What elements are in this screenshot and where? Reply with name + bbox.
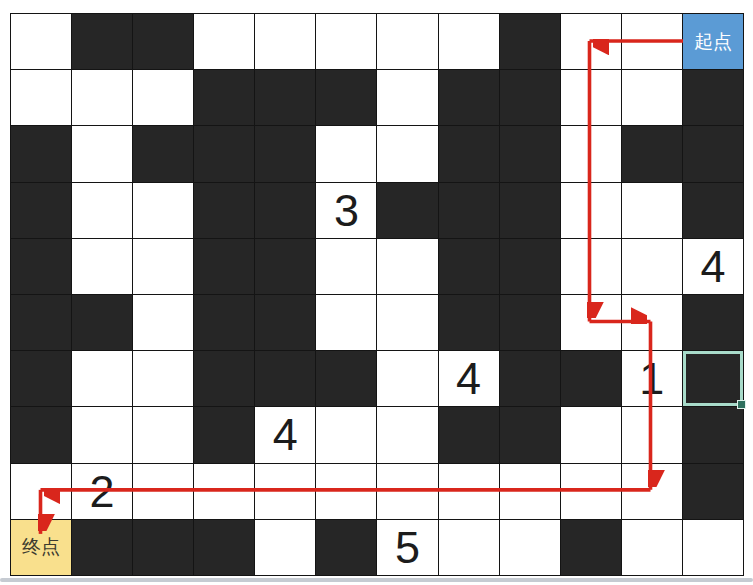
cell-r8c2[interactable] [133,464,193,519]
cell-r0c3[interactable] [194,14,254,69]
cell-r4c4[interactable] [255,239,315,294]
cell-r2c7[interactable] [439,126,499,181]
cell-r5c7[interactable] [439,295,499,350]
puzzle-screenshot: 起点344142终点5 [0,0,753,585]
cell-r9c6[interactable]: 5 [377,520,437,575]
cell-r7c10[interactable] [622,407,682,462]
cell-r0c7[interactable] [439,14,499,69]
selected-cell[interactable] [683,351,743,406]
cell-r9c9[interactable] [561,520,621,575]
cell-r0c4[interactable] [255,14,315,69]
cell-r1c6[interactable] [377,70,437,125]
cell-r5c8[interactable] [500,295,560,350]
selection-fill-handle[interactable] [738,401,745,408]
cell-r4c9[interactable] [561,239,621,294]
cell-r2c1[interactable] [72,126,132,181]
cell-r7c3[interactable] [194,407,254,462]
cell-r3c9[interactable] [561,183,621,238]
cell-r3c1[interactable] [72,183,132,238]
cell-r4c1[interactable] [72,239,132,294]
cell-r6c6[interactable] [377,351,437,406]
cell-r8c7[interactable] [439,464,499,519]
cell-r1c5[interactable] [316,70,376,125]
cell-r0c1[interactable] [72,14,132,69]
cell-r0c10[interactable] [622,14,682,69]
cell-r7c9[interactable] [561,407,621,462]
cell-r8c10[interactable] [622,464,682,519]
cell-r9c1[interactable] [72,520,132,575]
cell-r3c5[interactable]: 3 [316,183,376,238]
cell-r9c2[interactable] [133,520,193,575]
cell-r5c10[interactable] [622,295,682,350]
cell-r8c8[interactable] [500,464,560,519]
cell-r8c11[interactable] [683,464,743,519]
cell-r3c8[interactable] [500,183,560,238]
cell-r6c5[interactable] [316,351,376,406]
cell-r7c11[interactable] [683,407,743,462]
cell-r3c10[interactable] [622,183,682,238]
cell-r3c6[interactable] [377,183,437,238]
cell-r7c7[interactable] [439,407,499,462]
cell-r1c9[interactable] [561,70,621,125]
cell-r7c5[interactable] [316,407,376,462]
cell-r7c4[interactable]: 4 [255,407,315,462]
cell-r4c0[interactable] [11,239,71,294]
cell-r0c9[interactable] [561,14,621,69]
cell-r4c11[interactable]: 4 [683,239,743,294]
cell-r6c9[interactable] [561,351,621,406]
cell-r2c8[interactable] [500,126,560,181]
cell-r5c11[interactable] [683,295,743,350]
cell-r2c10[interactable] [622,126,682,181]
cell-r9c8[interactable] [500,520,560,575]
maze-board: 起点344142终点5 [10,13,744,576]
cell-r5c0[interactable] [11,295,71,350]
cell-r4c7[interactable] [439,239,499,294]
cell-r1c8[interactable] [500,70,560,125]
cell-r1c2[interactable] [133,70,193,125]
cell-r5c6[interactable] [377,295,437,350]
end-cell[interactable]: 终点 [11,520,71,575]
cell-r1c11[interactable] [683,70,743,125]
cell-r6c1[interactable] [72,351,132,406]
cell-r8c3[interactable] [194,464,254,519]
cell-r6c7[interactable]: 4 [439,351,499,406]
cell-r1c10[interactable] [622,70,682,125]
cell-r2c3[interactable] [194,126,254,181]
cell-r4c5[interactable] [316,239,376,294]
cell-r8c1[interactable]: 2 [72,464,132,519]
cell-r1c0[interactable] [11,70,71,125]
cell-r8c4[interactable] [255,464,315,519]
cell-r5c9[interactable] [561,295,621,350]
cell-r9c10[interactable] [622,520,682,575]
cell-r0c5[interactable] [316,14,376,69]
cell-r0c0[interactable] [11,14,71,69]
cell-r4c8[interactable] [500,239,560,294]
cell-r7c2[interactable] [133,407,193,462]
cell-r3c11[interactable] [683,183,743,238]
cell-r9c5[interactable] [316,520,376,575]
cell-r0c8[interactable] [500,14,560,69]
cell-r5c2[interactable] [133,295,193,350]
cell-r2c6[interactable] [377,126,437,181]
cell-r8c6[interactable] [377,464,437,519]
cell-r7c0[interactable] [11,407,71,462]
cell-r4c3[interactable] [194,239,254,294]
cell-r8c9[interactable] [561,464,621,519]
cell-r0c2[interactable] [133,14,193,69]
cell-r7c8[interactable] [500,407,560,462]
cell-r3c4[interactable] [255,183,315,238]
start-cell[interactable]: 起点 [683,14,743,69]
cell-r6c0[interactable] [11,351,71,406]
cell-r7c1[interactable] [72,407,132,462]
cell-r4c6[interactable] [377,239,437,294]
cell-r4c10[interactable] [622,239,682,294]
cell-r1c4[interactable] [255,70,315,125]
cell-r5c3[interactable] [194,295,254,350]
cell-r1c7[interactable] [439,70,499,125]
cell-r8c5[interactable] [316,464,376,519]
cell-r6c10[interactable]: 1 [622,351,682,406]
cell-r5c5[interactable] [316,295,376,350]
cell-r6c2[interactable] [133,351,193,406]
cell-r8c0[interactable] [11,464,71,519]
cell-r2c0[interactable] [11,126,71,181]
cell-r9c11[interactable] [683,520,743,575]
cell-r1c1[interactable] [72,70,132,125]
cell-r5c4[interactable] [255,295,315,350]
cell-r2c9[interactable] [561,126,621,181]
cell-r5c1[interactable] [72,295,132,350]
cell-r0c6[interactable] [377,14,437,69]
window-bottom-edge [0,578,753,582]
cell-r4c2[interactable] [133,239,193,294]
cell-r2c5[interactable] [316,126,376,181]
cell-r2c2[interactable] [133,126,193,181]
cell-r1c3[interactable] [194,70,254,125]
cell-r6c8[interactable] [500,351,560,406]
cell-r9c3[interactable] [194,520,254,575]
cell-r3c2[interactable] [133,183,193,238]
cell-r3c0[interactable] [11,183,71,238]
cell-r3c7[interactable] [439,183,499,238]
cell-r9c4[interactable] [255,520,315,575]
cell-r2c4[interactable] [255,126,315,181]
cell-r9c7[interactable] [439,520,499,575]
cell-r3c3[interactable] [194,183,254,238]
cell-r6c4[interactable] [255,351,315,406]
cell-r2c11[interactable] [683,126,743,181]
cell-r7c6[interactable] [377,407,437,462]
cell-r6c3[interactable] [194,351,254,406]
